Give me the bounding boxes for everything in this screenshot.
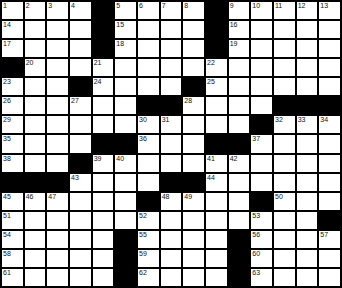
clue-number: 42: [230, 155, 238, 163]
white-cell[interactable]: [297, 174, 318, 191]
white-cell[interactable]: [274, 59, 295, 76]
white-cell[interactable]: 31: [161, 116, 182, 133]
black-cell: [297, 97, 318, 114]
clue-number: 20: [26, 59, 34, 67]
white-cell[interactable]: 24: [93, 78, 114, 95]
black-cell: [93, 21, 114, 38]
clue-number: 49: [184, 193, 192, 201]
white-cell[interactable]: [115, 78, 136, 95]
white-cell[interactable]: 56: [251, 231, 272, 248]
white-cell[interactable]: 3: [47, 2, 68, 19]
white-cell[interactable]: [93, 174, 114, 191]
white-cell[interactable]: [297, 135, 318, 152]
white-cell[interactable]: 27: [70, 97, 91, 114]
clue-number: 25: [207, 78, 215, 86]
white-cell[interactable]: 48: [161, 193, 182, 210]
black-cell: [115, 269, 136, 286]
white-cell[interactable]: 47: [47, 193, 68, 210]
white-cell[interactable]: 21: [93, 59, 114, 76]
white-cell[interactable]: [297, 21, 318, 38]
white-cell[interactable]: 30: [138, 116, 159, 133]
white-cell[interactable]: [274, 21, 295, 38]
white-cell[interactable]: 60: [251, 250, 272, 267]
white-cell[interactable]: [25, 78, 46, 95]
white-cell[interactable]: [70, 21, 91, 38]
white-cell[interactable]: [183, 59, 204, 76]
clue-number: 10: [252, 2, 260, 10]
clue-number: 3: [48, 2, 52, 10]
clue-number: 13: [320, 2, 328, 10]
white-cell[interactable]: [183, 269, 204, 286]
clue-number: 58: [3, 250, 11, 258]
white-cell[interactable]: 4: [70, 2, 91, 19]
white-cell[interactable]: 38: [2, 155, 23, 172]
black-cell: [183, 78, 204, 95]
white-cell[interactable]: 61: [2, 269, 23, 286]
white-cell[interactable]: [47, 250, 68, 267]
clue-number: 35: [3, 135, 11, 143]
clue-number: 17: [3, 40, 11, 48]
white-cell[interactable]: [251, 40, 272, 57]
white-cell[interactable]: [161, 231, 182, 248]
white-cell[interactable]: 63: [251, 269, 272, 286]
white-cell[interactable]: [229, 59, 250, 76]
white-cell[interactable]: [25, 135, 46, 152]
clue-number: 31: [162, 116, 170, 124]
clue-number: 4: [71, 2, 75, 10]
white-cell[interactable]: [161, 21, 182, 38]
white-cell[interactable]: [25, 40, 46, 57]
white-cell[interactable]: [93, 193, 114, 210]
white-cell[interactable]: [251, 174, 272, 191]
white-cell[interactable]: [70, 193, 91, 210]
clue-number: 9: [230, 2, 234, 10]
white-cell[interactable]: [47, 116, 68, 133]
white-cell[interactable]: [206, 212, 227, 229]
white-cell[interactable]: [25, 231, 46, 248]
white-cell[interactable]: [47, 231, 68, 248]
white-cell[interactable]: 8: [183, 2, 204, 19]
white-cell[interactable]: [47, 269, 68, 286]
white-cell[interactable]: [319, 21, 340, 38]
clue-number: 24: [94, 78, 102, 86]
white-cell[interactable]: 41: [206, 155, 227, 172]
white-cell[interactable]: [274, 269, 295, 286]
crossword-board: 1234567891011121314151617181920212223242…: [0, 0, 342, 288]
crossword-grid: 1234567891011121314151617181920212223242…: [0, 0, 342, 288]
black-cell: [161, 174, 182, 191]
black-cell: [115, 231, 136, 248]
white-cell[interactable]: 53: [251, 212, 272, 229]
white-cell[interactable]: 2: [25, 2, 46, 19]
white-cell[interactable]: [183, 116, 204, 133]
white-cell[interactable]: [70, 40, 91, 57]
white-cell[interactable]: [70, 212, 91, 229]
clue-number: 54: [3, 231, 11, 239]
white-cell[interactable]: [25, 97, 46, 114]
clue-number: 16: [230, 21, 238, 29]
clue-number: 23: [3, 78, 11, 86]
white-cell[interactable]: [93, 250, 114, 267]
white-cell[interactable]: [25, 212, 46, 229]
clue-number: 2: [26, 2, 30, 10]
clue-number: 56: [252, 231, 260, 239]
white-cell[interactable]: 15: [115, 21, 136, 38]
white-cell[interactable]: [183, 40, 204, 57]
white-cell[interactable]: 55: [138, 231, 159, 248]
white-cell[interactable]: [229, 78, 250, 95]
white-cell[interactable]: [229, 193, 250, 210]
white-cell[interactable]: [25, 250, 46, 267]
clue-number: 22: [207, 59, 215, 67]
white-cell[interactable]: [297, 78, 318, 95]
clue-number: 63: [252, 269, 260, 277]
white-cell[interactable]: [115, 212, 136, 229]
black-cell: [2, 59, 23, 76]
white-cell[interactable]: [274, 155, 295, 172]
white-cell[interactable]: [70, 135, 91, 152]
white-cell[interactable]: [297, 193, 318, 210]
white-cell[interactable]: [138, 21, 159, 38]
white-cell[interactable]: [319, 269, 340, 286]
white-cell[interactable]: [161, 135, 182, 152]
white-cell[interactable]: [251, 21, 272, 38]
black-cell: [138, 193, 159, 210]
white-cell[interactable]: [229, 116, 250, 133]
white-cell[interactable]: [115, 116, 136, 133]
white-cell[interactable]: 16: [229, 21, 250, 38]
white-cell[interactable]: [206, 97, 227, 114]
white-cell[interactable]: 18: [115, 40, 136, 57]
clue-number: 52: [139, 212, 147, 220]
white-cell[interactable]: 20: [25, 59, 46, 76]
white-cell[interactable]: [206, 231, 227, 248]
clue-number: 38: [3, 155, 11, 163]
white-cell[interactable]: [319, 135, 340, 152]
white-cell[interactable]: 50: [274, 193, 295, 210]
clue-number: 45: [3, 193, 11, 201]
white-cell[interactable]: 54: [2, 231, 23, 248]
white-cell[interactable]: [47, 21, 68, 38]
white-cell[interactable]: 5: [115, 2, 136, 19]
clue-number: 47: [48, 193, 56, 201]
black-cell: [93, 2, 114, 19]
white-cell[interactable]: 57: [319, 231, 340, 248]
white-cell[interactable]: [70, 116, 91, 133]
white-cell[interactable]: [206, 116, 227, 133]
clue-number: 44: [207, 174, 215, 182]
clue-number: 40: [116, 155, 124, 163]
black-cell: [251, 116, 272, 133]
white-cell[interactable]: [319, 78, 340, 95]
black-cell: [206, 135, 227, 152]
black-cell: [319, 97, 340, 114]
white-cell[interactable]: [47, 40, 68, 57]
black-cell: [93, 40, 114, 57]
black-cell: [206, 40, 227, 57]
white-cell[interactable]: [93, 97, 114, 114]
white-cell[interactable]: 17: [2, 40, 23, 57]
black-cell: [115, 135, 136, 152]
black-cell: [183, 174, 204, 191]
white-cell[interactable]: 35: [2, 135, 23, 152]
white-cell[interactable]: [274, 78, 295, 95]
black-cell: [229, 231, 250, 248]
clue-number: 53: [252, 212, 260, 220]
clue-number: 57: [320, 231, 328, 239]
white-cell[interactable]: [70, 250, 91, 267]
clue-number: 27: [71, 97, 79, 105]
clue-number: 21: [94, 59, 102, 67]
white-cell[interactable]: [297, 155, 318, 172]
white-cell[interactable]: [70, 59, 91, 76]
white-cell[interactable]: [206, 269, 227, 286]
white-cell[interactable]: 23: [2, 78, 23, 95]
white-cell[interactable]: [183, 212, 204, 229]
white-cell[interactable]: 51: [2, 212, 23, 229]
clue-number: 50: [275, 193, 283, 201]
clue-number: 41: [207, 155, 215, 163]
white-cell[interactable]: [319, 174, 340, 191]
clue-number: 6: [139, 2, 143, 10]
white-cell[interactable]: 62: [138, 269, 159, 286]
clue-number: 46: [26, 193, 34, 201]
black-cell: [25, 174, 46, 191]
white-cell[interactable]: 37: [251, 135, 272, 152]
white-cell[interactable]: 34: [319, 116, 340, 133]
white-cell[interactable]: [183, 155, 204, 172]
white-cell[interactable]: [161, 59, 182, 76]
white-cell[interactable]: 26: [2, 97, 23, 114]
white-cell[interactable]: [47, 155, 68, 172]
white-cell[interactable]: [161, 155, 182, 172]
white-cell[interactable]: [251, 78, 272, 95]
white-cell[interactable]: [319, 193, 340, 210]
white-cell[interactable]: [251, 97, 272, 114]
white-cell[interactable]: [183, 21, 204, 38]
white-cell[interactable]: [115, 59, 136, 76]
black-cell: [115, 250, 136, 267]
white-cell[interactable]: 33: [297, 116, 318, 133]
white-cell[interactable]: [47, 78, 68, 95]
white-cell[interactable]: 13: [319, 2, 340, 19]
white-cell[interactable]: [229, 212, 250, 229]
white-cell[interactable]: 1: [2, 2, 23, 19]
white-cell[interactable]: [251, 155, 272, 172]
white-cell[interactable]: 44: [206, 174, 227, 191]
clue-number: 26: [3, 97, 11, 105]
white-cell[interactable]: 40: [115, 155, 136, 172]
white-cell[interactable]: 6: [138, 2, 159, 19]
clue-number: 61: [3, 269, 11, 277]
black-cell: [206, 2, 227, 19]
white-cell[interactable]: 59: [138, 250, 159, 267]
white-cell[interactable]: [206, 193, 227, 210]
white-cell[interactable]: 52: [138, 212, 159, 229]
clue-number: 34: [320, 116, 328, 124]
white-cell[interactable]: [47, 212, 68, 229]
white-cell[interactable]: [93, 231, 114, 248]
white-cell[interactable]: 42: [229, 155, 250, 172]
clue-number: 19: [230, 40, 238, 48]
white-cell[interactable]: [47, 135, 68, 152]
white-cell[interactable]: 10: [251, 2, 272, 19]
white-cell[interactable]: [161, 40, 182, 57]
white-cell[interactable]: [274, 174, 295, 191]
white-cell[interactable]: [70, 231, 91, 248]
clue-number: 60: [252, 250, 260, 258]
white-cell[interactable]: [161, 269, 182, 286]
white-cell[interactable]: 28: [183, 97, 204, 114]
white-cell[interactable]: [274, 40, 295, 57]
white-cell[interactable]: [115, 193, 136, 210]
white-cell[interactable]: [25, 21, 46, 38]
clue-number: 37: [252, 135, 260, 143]
clue-number: 15: [116, 21, 124, 29]
white-cell[interactable]: 7: [161, 2, 182, 19]
white-cell[interactable]: [138, 59, 159, 76]
black-cell: [2, 174, 23, 191]
black-cell: [70, 155, 91, 172]
white-cell[interactable]: [138, 174, 159, 191]
white-cell[interactable]: 19: [229, 40, 250, 57]
white-cell[interactable]: 36: [138, 135, 159, 152]
clue-number: 12: [298, 2, 306, 10]
white-cell[interactable]: [138, 78, 159, 95]
clue-number: 5: [116, 2, 120, 10]
white-cell[interactable]: [183, 250, 204, 267]
white-cell[interactable]: [93, 116, 114, 133]
black-cell: [47, 174, 68, 191]
white-cell[interactable]: [138, 40, 159, 57]
white-cell[interactable]: 12: [297, 2, 318, 19]
white-cell[interactable]: 14: [2, 21, 23, 38]
white-cell[interactable]: 22: [206, 59, 227, 76]
white-cell[interactable]: [297, 250, 318, 267]
white-cell[interactable]: [183, 231, 204, 248]
white-cell[interactable]: [206, 250, 227, 267]
white-cell[interactable]: 29: [2, 116, 23, 133]
white-cell[interactable]: [297, 269, 318, 286]
white-cell[interactable]: [297, 40, 318, 57]
white-cell[interactable]: 45: [2, 193, 23, 210]
clue-number: 62: [139, 269, 147, 277]
white-cell[interactable]: [70, 269, 91, 286]
white-cell[interactable]: [161, 250, 182, 267]
black-cell: [138, 97, 159, 114]
white-cell[interactable]: [297, 231, 318, 248]
clue-number: 30: [139, 116, 147, 124]
clue-number: 28: [184, 97, 192, 105]
white-cell[interactable]: [115, 97, 136, 114]
black-cell: [70, 78, 91, 95]
white-cell[interactable]: [274, 231, 295, 248]
white-cell[interactable]: [274, 250, 295, 267]
white-cell[interactable]: [229, 174, 250, 191]
clue-number: 36: [139, 135, 147, 143]
black-cell: [229, 250, 250, 267]
black-cell: [229, 135, 250, 152]
white-cell[interactable]: 58: [2, 250, 23, 267]
white-cell[interactable]: [319, 155, 340, 172]
clue-number: 11: [275, 2, 282, 10]
white-cell[interactable]: [93, 212, 114, 229]
clue-number: 7: [162, 2, 166, 10]
clue-number: 43: [71, 174, 79, 182]
clue-number: 18: [116, 40, 124, 48]
black-cell: [229, 269, 250, 286]
white-cell[interactable]: 39: [93, 155, 114, 172]
white-cell[interactable]: [274, 135, 295, 152]
black-cell: [251, 193, 272, 210]
black-cell: [206, 21, 227, 38]
white-cell[interactable]: [319, 250, 340, 267]
clue-number: 33: [298, 116, 306, 124]
white-cell[interactable]: [138, 155, 159, 172]
white-cell[interactable]: [115, 174, 136, 191]
clue-number: 51: [3, 212, 11, 220]
white-cell[interactable]: [319, 40, 340, 57]
white-cell[interactable]: [297, 59, 318, 76]
black-cell: [274, 97, 295, 114]
white-cell[interactable]: [161, 212, 182, 229]
white-cell[interactable]: [297, 212, 318, 229]
white-cell[interactable]: 43: [70, 174, 91, 191]
clue-number: 29: [3, 116, 11, 124]
white-cell[interactable]: [161, 78, 182, 95]
clue-number: 32: [275, 116, 283, 124]
white-cell[interactable]: 49: [183, 193, 204, 210]
white-cell[interactable]: [229, 97, 250, 114]
white-cell[interactable]: 11: [274, 2, 295, 19]
white-cell[interactable]: 46: [25, 193, 46, 210]
clue-number: 8: [184, 2, 188, 10]
white-cell[interactable]: [25, 269, 46, 286]
white-cell[interactable]: [93, 269, 114, 286]
clue-number: 14: [3, 21, 11, 29]
black-cell: [319, 212, 340, 229]
white-cell[interactable]: [251, 59, 272, 76]
black-cell: [161, 97, 182, 114]
white-cell[interactable]: [183, 135, 204, 152]
clue-number: 39: [94, 155, 102, 163]
white-cell[interactable]: [47, 59, 68, 76]
white-cell[interactable]: [319, 59, 340, 76]
white-cell[interactable]: [47, 97, 68, 114]
white-cell[interactable]: 9: [229, 2, 250, 19]
clue-number: 1: [3, 2, 7, 10]
white-cell[interactable]: [25, 155, 46, 172]
white-cell[interactable]: 25: [206, 78, 227, 95]
white-cell[interactable]: 32: [274, 116, 295, 133]
clue-number: 59: [139, 250, 147, 258]
clue-number: 55: [139, 231, 147, 239]
white-cell[interactable]: [25, 116, 46, 133]
clue-number: 48: [162, 193, 170, 201]
black-cell: [93, 135, 114, 152]
white-cell[interactable]: [274, 212, 295, 229]
